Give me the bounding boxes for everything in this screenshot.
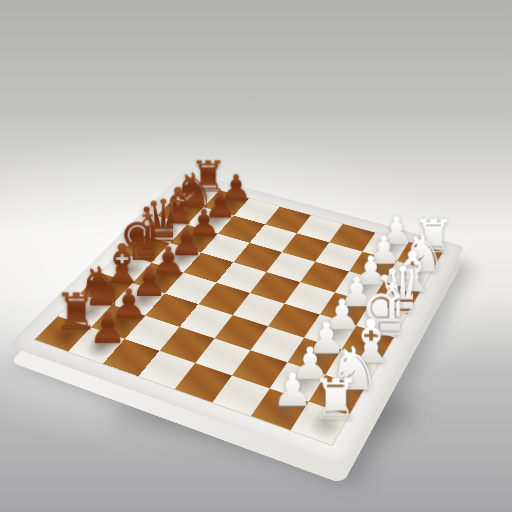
piece-white-pawn-h2: ♟ [271,367,315,413]
piece-brown-pawn-h7: ♟ [87,306,128,349]
piece-white-rook-h1: ♜ [311,371,355,427]
scene: ♜♞♝♚♛♝♞♜♟♟♟♟♟♟♟♟♟♟♟♟♟♟♟♟♜♞♝♚♛♝♞♜ [0,0,512,512]
photo-background: { "game": "chess", "position": "rnbqkbnr… [0,0,512,512]
